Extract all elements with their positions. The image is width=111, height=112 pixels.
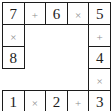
plus-operator-glyph: +	[32, 9, 38, 21]
plus-operator-glyph: +	[75, 97, 81, 109]
cell-r5c1: 1	[3, 91, 25, 112]
grid-row-2: × +	[3, 25, 111, 47]
times-operator-glyph: ×	[10, 31, 16, 43]
cell-r1c4: ×	[67, 3, 89, 25]
cell-r4c1-empty	[3, 69, 25, 91]
grid-row-5: 1 × 2 + 3	[3, 91, 111, 112]
cell-r5c2: ×	[24, 91, 46, 112]
times-operator-glyph: ×	[97, 75, 103, 87]
times-operator-glyph: ×	[75, 9, 81, 21]
cell-r5c3: 2	[46, 91, 68, 112]
number-glyph: 5	[96, 6, 104, 22]
number-glyph: 8	[10, 50, 18, 66]
cell-r2c1: ×	[3, 25, 25, 47]
cell-r1c5: 5	[89, 3, 111, 25]
cell-r2c3-empty	[46, 25, 68, 47]
number-glyph: 6	[53, 6, 61, 22]
cell-r2c2-empty	[24, 25, 46, 47]
puzzle-grid: 7 + 6 × 5 × + 8 4 × 1 ×	[2, 2, 111, 111]
cell-r1c2: +	[24, 3, 46, 25]
cell-r3c4-empty	[67, 47, 89, 69]
cell-r2c4-empty	[67, 25, 89, 47]
cell-r3c3-empty	[46, 47, 68, 69]
cell-r5c4: +	[67, 91, 89, 112]
number-glyph: 2	[53, 94, 61, 110]
cell-r4c3-empty	[46, 69, 68, 91]
grid-row-3: 8 4	[3, 47, 111, 69]
grid-row-1: 7 + 6 × 5	[3, 3, 111, 25]
puzzle-diagram: 7 + 6 × 5 × + 8 4 × 1 ×	[0, 0, 111, 111]
number-glyph: 7	[10, 6, 18, 22]
cell-r3c1: 8	[3, 47, 25, 69]
cell-r4c4-empty	[67, 69, 89, 91]
number-glyph: 4	[96, 50, 104, 66]
cell-r5c5: 3	[89, 91, 111, 112]
cell-r1c3: 6	[46, 3, 68, 25]
grid-row-4: ×	[3, 69, 111, 91]
cell-r1c1: 7	[3, 3, 25, 25]
plus-operator-glyph: +	[97, 31, 103, 43]
cell-r3c5: 4	[89, 47, 111, 69]
cell-r2c5: +	[89, 25, 111, 47]
cell-r3c2-empty	[24, 47, 46, 69]
cell-r4c5: ×	[89, 69, 111, 91]
times-operator-glyph: ×	[32, 97, 38, 109]
number-glyph: 1	[10, 94, 18, 110]
cell-r4c2-empty	[24, 69, 46, 91]
number-glyph: 3	[96, 94, 104, 110]
